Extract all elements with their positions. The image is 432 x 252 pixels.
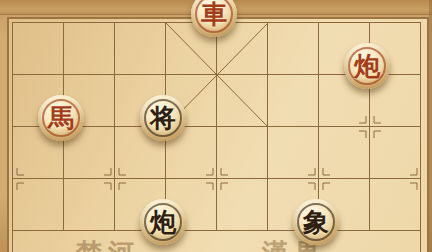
piece-glyph-red-cannon: 炮 [354,53,380,79]
river-cell [13,231,64,252]
piece-red-cannon[interactable]: 炮 [344,43,390,89]
board-cell [370,179,421,231]
board-cell [217,127,268,179]
piece-glyph-red-chariot: 車 [201,1,227,27]
piece-black-cannon[interactable]: 炮 [140,199,186,245]
river-cell [370,231,421,252]
board-cell [268,75,319,127]
board-cell [64,23,115,75]
piece-glyph-black-cannon: 炮 [150,209,176,235]
board-cell [13,23,64,75]
river-cell [217,231,268,252]
board-cell [13,179,64,231]
board-cell [217,179,268,231]
board-cell [115,23,166,75]
piece-black-elephant[interactable]: 象 [293,199,339,245]
river-label-chu: 楚河 [76,236,140,252]
board-cell [217,75,268,127]
piece-black-general[interactable]: 将 [140,95,186,141]
board-cell [319,127,370,179]
piece-glyph-black-general: 将 [150,105,176,131]
piece-glyph-red-horse: 馬 [48,105,74,131]
board-cell [64,179,115,231]
board-cell [268,23,319,75]
board-cell [268,127,319,179]
xiangqi-app-screen: 楚河 漢界 車炮馬将炮象 [0,0,432,252]
piece-red-horse[interactable]: 馬 [38,95,84,141]
board-cell [370,127,421,179]
piece-glyph-black-elephant: 象 [303,209,329,235]
